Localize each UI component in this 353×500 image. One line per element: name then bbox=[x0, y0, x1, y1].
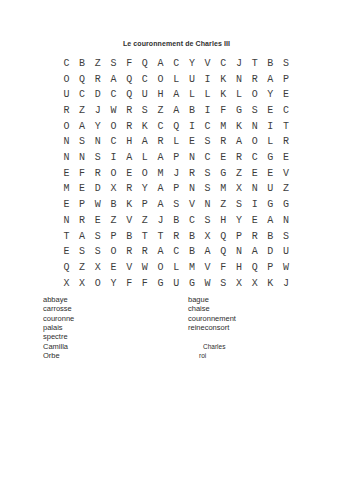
grid-cell: O bbox=[153, 260, 169, 276]
grid-cell: O bbox=[90, 275, 106, 291]
grid-cell: K bbox=[137, 118, 153, 134]
grid-cell: C bbox=[168, 244, 184, 260]
grid-cell: W bbox=[90, 197, 106, 213]
word-list-item: abbaye bbox=[43, 295, 74, 304]
grid-cell: Y bbox=[231, 212, 247, 228]
grid-cell: Q bbox=[74, 71, 90, 87]
grid-cell: E bbox=[121, 165, 137, 181]
grid-cell: Z bbox=[137, 212, 153, 228]
grid-cell: O bbox=[59, 71, 75, 87]
grid-cell: G bbox=[153, 275, 169, 291]
grid-cell: E bbox=[59, 165, 75, 181]
grid-cell: S bbox=[278, 56, 294, 72]
grid-cell: G bbox=[263, 150, 279, 166]
word-list-spacer bbox=[188, 332, 236, 341]
grid-cell: E bbox=[247, 212, 263, 228]
grid-cell: B bbox=[263, 56, 279, 72]
grid-cell: G bbox=[263, 197, 279, 213]
grid-cell: Z bbox=[74, 260, 90, 276]
grid-cell: B bbox=[74, 56, 90, 72]
grid-cell: C bbox=[168, 56, 184, 72]
grid-cell: B bbox=[168, 212, 184, 228]
grid-cell: G bbox=[215, 165, 231, 181]
grid-cell: X bbox=[231, 181, 247, 197]
word-list-item: Camilla bbox=[43, 342, 74, 351]
grid-cell: R bbox=[90, 71, 106, 87]
grid-cell: C bbox=[184, 212, 200, 228]
grid-cell: O bbox=[106, 118, 122, 134]
grid-cell: I bbox=[200, 103, 216, 119]
grid-cell: E bbox=[74, 181, 90, 197]
grid-cell: Y bbox=[263, 87, 279, 103]
grid-cell: Q bbox=[247, 260, 263, 276]
grid-cell: Y bbox=[184, 56, 200, 72]
grid-cell: S bbox=[200, 134, 216, 150]
grid-cell: A bbox=[153, 181, 169, 197]
grid-cell: F bbox=[121, 56, 137, 72]
grid-cell: U bbox=[168, 275, 184, 291]
grid-cell: R bbox=[247, 71, 263, 87]
grid-cell: I bbox=[247, 197, 263, 213]
grid-cell: S bbox=[200, 212, 216, 228]
grid-cell: R bbox=[247, 228, 263, 244]
grid-cell: S bbox=[247, 103, 263, 119]
word-list-item: reineconsort bbox=[188, 323, 236, 332]
grid-cell: U bbox=[184, 71, 200, 87]
grid-cell: A bbox=[74, 228, 90, 244]
grid-cell: X bbox=[74, 275, 90, 291]
grid-cell: M bbox=[215, 181, 231, 197]
grid-cell: C bbox=[247, 150, 263, 166]
grid-cell: Q bbox=[168, 118, 184, 134]
grid-cell: S bbox=[74, 244, 90, 260]
grid-cell: R bbox=[184, 165, 200, 181]
grid-cell: S bbox=[74, 134, 90, 150]
grid-cell: E bbox=[90, 212, 106, 228]
grid-cell: J bbox=[278, 275, 294, 291]
grid-cell: C bbox=[200, 118, 216, 134]
grid-cell: X bbox=[106, 181, 122, 197]
grid-cell: E bbox=[106, 260, 122, 276]
grid-cell: S bbox=[90, 228, 106, 244]
grid-cell: F bbox=[121, 275, 137, 291]
grid-cell: X bbox=[231, 275, 247, 291]
grid-cell: U bbox=[263, 181, 279, 197]
grid-cell: V bbox=[121, 260, 137, 276]
grid-cell: R bbox=[137, 244, 153, 260]
grid-cell: C bbox=[200, 150, 216, 166]
grid-cell: K bbox=[215, 87, 231, 103]
grid-cell: G bbox=[231, 103, 247, 119]
grid-cell: R bbox=[231, 150, 247, 166]
grid-cell: C bbox=[74, 87, 90, 103]
grid-cell: A bbox=[74, 118, 90, 134]
grid-cell: R bbox=[90, 165, 106, 181]
grid-cell: W bbox=[106, 103, 122, 119]
grid-cell: V bbox=[200, 56, 216, 72]
grid-cell: F bbox=[137, 275, 153, 291]
grid-cell: W bbox=[137, 260, 153, 276]
grid-cell: R bbox=[168, 228, 184, 244]
grid-cell: E bbox=[215, 150, 231, 166]
grid-cell: N bbox=[278, 212, 294, 228]
grid-cell: B bbox=[184, 103, 200, 119]
grid-cell: A bbox=[153, 56, 169, 72]
word-list-right: bague chaise couronnement reineconsort C… bbox=[188, 295, 236, 360]
grid-cell: N bbox=[90, 134, 106, 150]
grid-cell: J bbox=[153, 212, 169, 228]
grid-cell: C bbox=[137, 71, 153, 87]
grid-cell: O bbox=[137, 165, 153, 181]
grid-cell: N bbox=[59, 150, 75, 166]
grid-cell: O bbox=[106, 165, 122, 181]
grid-cell: G bbox=[184, 275, 200, 291]
grid-cell: C bbox=[215, 56, 231, 72]
grid-cell: B bbox=[121, 228, 137, 244]
grid-cell: X bbox=[90, 260, 106, 276]
grid-cell: Z bbox=[106, 212, 122, 228]
grid-cell: S bbox=[106, 56, 122, 72]
grid-cell: E bbox=[263, 103, 279, 119]
word-list-item: bague bbox=[188, 295, 236, 304]
grid-cell: P bbox=[263, 260, 279, 276]
grid-cell: R bbox=[153, 134, 169, 150]
grid-cell: A bbox=[263, 71, 279, 87]
grid-cell: S bbox=[137, 103, 153, 119]
grid-cell: D bbox=[90, 181, 106, 197]
grid-cell: T bbox=[137, 228, 153, 244]
grid-cell: S bbox=[215, 275, 231, 291]
grid-cell: A bbox=[137, 134, 153, 150]
grid-cell: Z bbox=[90, 56, 106, 72]
grid-cell: T bbox=[59, 228, 75, 244]
word-list-item: carrosse bbox=[43, 304, 74, 313]
grid-cell: H bbox=[153, 87, 169, 103]
grid-cell: R bbox=[121, 244, 137, 260]
grid-cell: K bbox=[231, 118, 247, 134]
grid-cell: N bbox=[59, 134, 75, 150]
grid-cell: U bbox=[59, 87, 75, 103]
grid-cell: X bbox=[59, 275, 75, 291]
grid-cell: E bbox=[59, 197, 75, 213]
grid-cell: P bbox=[168, 150, 184, 166]
grid-cell: M bbox=[184, 260, 200, 276]
grid-cell: I bbox=[184, 118, 200, 134]
grid-cell: N bbox=[184, 181, 200, 197]
grid-cell: O bbox=[59, 118, 75, 134]
grid-cell: C bbox=[106, 134, 122, 150]
grid-cell: A bbox=[121, 150, 137, 166]
word-list-left: abbaye carrosse couronne palais spectre … bbox=[43, 295, 74, 360]
grid-cell: H bbox=[231, 260, 247, 276]
grid-cell: A bbox=[200, 244, 216, 260]
grid-cell: A bbox=[168, 87, 184, 103]
grid-cell: F bbox=[74, 165, 90, 181]
grid-cell: U bbox=[278, 244, 294, 260]
grid-cell: L bbox=[200, 87, 216, 103]
grid-cell: C bbox=[106, 87, 122, 103]
puzzle-title: Le couronnement de Charles III bbox=[0, 40, 353, 47]
grid-cell: P bbox=[168, 181, 184, 197]
grid-cell: N bbox=[247, 118, 263, 134]
grid-cell: Z bbox=[74, 103, 90, 119]
grid-cell: Q bbox=[215, 244, 231, 260]
grid-cell: I bbox=[106, 150, 122, 166]
grid-cell: S bbox=[168, 197, 184, 213]
grid-cell: J bbox=[168, 165, 184, 181]
grid-cell: S bbox=[231, 197, 247, 213]
grid-cell: X bbox=[200, 228, 216, 244]
grid-cell: S bbox=[200, 181, 216, 197]
grid-cell: P bbox=[231, 228, 247, 244]
grid-cell: R bbox=[121, 181, 137, 197]
grid-cell: B bbox=[106, 197, 122, 213]
grid-cell: B bbox=[184, 244, 200, 260]
grid-cell: C bbox=[278, 103, 294, 119]
grid-cell: N bbox=[231, 71, 247, 87]
grid-cell: W bbox=[278, 260, 294, 276]
grid-cell: A bbox=[247, 244, 263, 260]
grid-cell: Y bbox=[106, 275, 122, 291]
grid-cell: I bbox=[200, 71, 216, 87]
grid-cell: A bbox=[168, 103, 184, 119]
grid-cell: T bbox=[247, 56, 263, 72]
grid-cell: Q bbox=[59, 260, 75, 276]
grid-cell: D bbox=[90, 87, 106, 103]
grid-cell: O bbox=[106, 244, 122, 260]
grid-cell: J bbox=[231, 56, 247, 72]
grid-cell: D bbox=[263, 244, 279, 260]
grid-cell: S bbox=[90, 244, 106, 260]
grid-cell: L bbox=[231, 87, 247, 103]
grid-cell: R bbox=[74, 212, 90, 228]
grid-cell: Z bbox=[215, 197, 231, 213]
grid-cell: I bbox=[263, 118, 279, 134]
grid-cell: U bbox=[137, 87, 153, 103]
grid-cell: V bbox=[200, 260, 216, 276]
word-search-grid: CBZSFQACYVCJTBSOQRAQCOLUIKNRAPUCDCQUHALL… bbox=[59, 56, 294, 291]
grid-cell: N bbox=[247, 181, 263, 197]
grid-cell: O bbox=[247, 134, 263, 150]
grid-cell: O bbox=[247, 87, 263, 103]
grid-cell: Z bbox=[231, 165, 247, 181]
grid-cell: H bbox=[121, 134, 137, 150]
grid-cell: A bbox=[231, 134, 247, 150]
grid-cell: P bbox=[137, 197, 153, 213]
word-list-item: couronne bbox=[43, 314, 74, 323]
grid-cell: F bbox=[215, 260, 231, 276]
grid-cell: N bbox=[200, 197, 216, 213]
grid-cell: Z bbox=[278, 181, 294, 197]
grid-cell: R bbox=[121, 118, 137, 134]
word-list-item: chaise bbox=[188, 304, 236, 313]
grid-cell: O bbox=[153, 71, 169, 87]
grid-cell: C bbox=[59, 56, 75, 72]
grid-cell: V bbox=[184, 197, 200, 213]
grid-cell: N bbox=[59, 212, 75, 228]
grid-cell: L bbox=[137, 150, 153, 166]
grid-cell: G bbox=[278, 197, 294, 213]
grid-cell: M bbox=[59, 181, 75, 197]
grid-cell: R bbox=[278, 134, 294, 150]
grid-cell: L bbox=[168, 71, 184, 87]
grid-cell: L bbox=[184, 87, 200, 103]
word-list-item: Orbe bbox=[43, 351, 74, 360]
grid-cell: B bbox=[263, 228, 279, 244]
grid-cell: E bbox=[247, 165, 263, 181]
word-list-item: couronnement bbox=[188, 314, 236, 323]
grid-cell: S bbox=[90, 150, 106, 166]
grid-cell: Y bbox=[137, 181, 153, 197]
grid-cell: P bbox=[74, 197, 90, 213]
grid-cell: V bbox=[278, 165, 294, 181]
grid-cell: S bbox=[278, 228, 294, 244]
grid-cell: L bbox=[263, 134, 279, 150]
grid-cell: A bbox=[153, 197, 169, 213]
grid-cell: A bbox=[153, 150, 169, 166]
grid-cell: S bbox=[200, 165, 216, 181]
grid-cell: K bbox=[121, 197, 137, 213]
grid-cell: E bbox=[278, 87, 294, 103]
grid-cell: K bbox=[215, 71, 231, 87]
grid-cell: T bbox=[153, 228, 169, 244]
word-list-item: Charles bbox=[203, 342, 236, 351]
grid-cell: N bbox=[231, 244, 247, 260]
grid-cell: E bbox=[278, 150, 294, 166]
worksheet-page: Le couronnement de Charles III CBZSFQACY… bbox=[0, 0, 353, 500]
grid-cell: Q bbox=[121, 87, 137, 103]
word-list-item: spectre bbox=[43, 332, 74, 341]
grid-cell: A bbox=[106, 71, 122, 87]
grid-cell: W bbox=[200, 275, 216, 291]
grid-cell: Q bbox=[215, 228, 231, 244]
grid-cell: Z bbox=[153, 103, 169, 119]
word-list-item: palais bbox=[43, 323, 74, 332]
grid-cell: E bbox=[263, 165, 279, 181]
grid-cell: X bbox=[247, 275, 263, 291]
grid-cell: H bbox=[215, 212, 231, 228]
grid-cell: Y bbox=[90, 118, 106, 134]
grid-cell: R bbox=[59, 103, 75, 119]
grid-cell: N bbox=[74, 150, 90, 166]
grid-cell: Q bbox=[137, 56, 153, 72]
grid-cell: P bbox=[106, 228, 122, 244]
grid-cell: P bbox=[278, 71, 294, 87]
grid-cell: R bbox=[215, 134, 231, 150]
grid-cell: R bbox=[121, 103, 137, 119]
grid-cell: E bbox=[59, 244, 75, 260]
grid-cell: L bbox=[168, 134, 184, 150]
grid-cell: V bbox=[121, 212, 137, 228]
grid-cell: Q bbox=[121, 71, 137, 87]
grid-cell: E bbox=[184, 134, 200, 150]
grid-cell: C bbox=[153, 118, 169, 134]
grid-cell: J bbox=[90, 103, 106, 119]
grid-cell: F bbox=[215, 103, 231, 119]
grid-cell: K bbox=[263, 275, 279, 291]
grid-cell: T bbox=[278, 118, 294, 134]
grid-cell: L bbox=[168, 260, 184, 276]
word-list-item: roi bbox=[199, 351, 236, 360]
grid-cell: A bbox=[153, 244, 169, 260]
grid-cell: M bbox=[215, 118, 231, 134]
grid-cell: N bbox=[184, 150, 200, 166]
grid-cell: A bbox=[263, 212, 279, 228]
grid-cell: B bbox=[184, 228, 200, 244]
grid-cell: M bbox=[153, 165, 169, 181]
